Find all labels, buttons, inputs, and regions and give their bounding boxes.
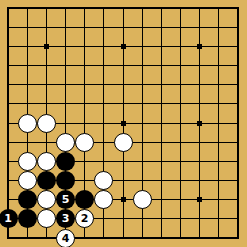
star-point	[121, 121, 126, 126]
stone-white	[94, 190, 113, 209]
stone-white	[18, 171, 37, 190]
stone-black-move-1: 1	[0, 209, 18, 228]
stone-white	[75, 133, 94, 152]
star-point	[197, 197, 202, 202]
stone-white	[18, 152, 37, 171]
star-point	[197, 44, 202, 49]
stone-white	[133, 190, 152, 209]
grid-line-vertical	[180, 7, 181, 239]
go-board[interactable]: 51324	[0, 0, 247, 247]
star-point	[197, 121, 202, 126]
stone-black	[18, 209, 37, 228]
grid-line-vertical	[161, 7, 162, 239]
stone-black	[56, 171, 75, 190]
stone-black-move-3: 3	[56, 209, 75, 228]
stone-white	[94, 171, 113, 190]
stone-white-move-4: 4	[56, 229, 75, 247]
stone-white	[114, 133, 133, 152]
stone-white	[37, 152, 56, 171]
star-point	[121, 44, 126, 49]
grid-line-vertical	[218, 7, 219, 239]
stone-black	[56, 152, 75, 171]
stone-white	[37, 190, 56, 209]
grid-line-vertical	[237, 7, 239, 239]
star-point	[44, 44, 49, 49]
stone-black	[37, 171, 56, 190]
stone-white	[18, 114, 37, 133]
stone-black-move-5: 5	[56, 190, 75, 209]
stone-black	[75, 190, 94, 209]
stone-white	[37, 114, 56, 133]
grid-line-horizontal	[7, 237, 239, 239]
stone-black	[18, 190, 37, 209]
stone-white	[37, 209, 56, 228]
stone-white-move-2: 2	[75, 209, 94, 228]
stone-white	[56, 133, 75, 152]
star-point	[121, 197, 126, 202]
